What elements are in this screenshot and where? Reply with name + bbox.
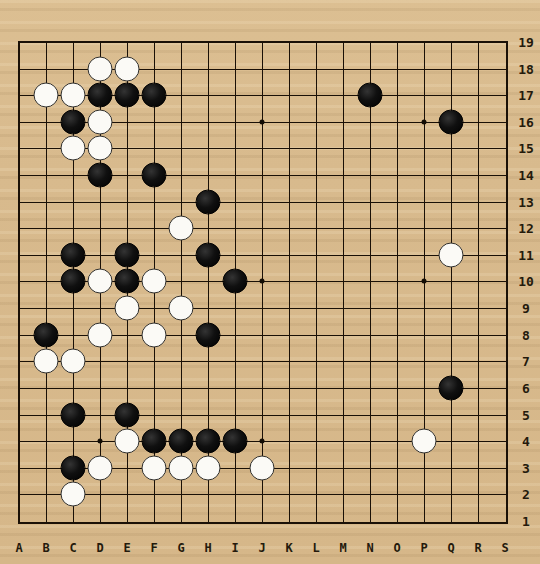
stone-white-P4 (412, 429, 437, 454)
grid-cell (344, 362, 371, 389)
grid-cell (479, 416, 506, 443)
grid-cell (20, 256, 47, 283)
grid-cell (398, 309, 425, 336)
stone-black-C5 (61, 402, 86, 427)
grid-cell (209, 96, 236, 123)
grid-cell (317, 416, 344, 443)
col-label-F: F (150, 541, 157, 555)
grid-cell (344, 176, 371, 203)
grid-cell (263, 70, 290, 97)
grid-cell (371, 416, 398, 443)
grid-cell (344, 282, 371, 309)
grid-cell (452, 203, 479, 230)
grid-cell (398, 389, 425, 416)
grid-cell (344, 336, 371, 363)
grid-cell (371, 469, 398, 496)
grid-cell (263, 256, 290, 283)
grid-cell (128, 362, 155, 389)
grid-cell (452, 149, 479, 176)
grid-cell (236, 43, 263, 70)
grid-cell (398, 43, 425, 70)
grid-cell (452, 70, 479, 97)
stone-white-J3 (250, 455, 275, 480)
grid-cell (290, 256, 317, 283)
grid-cell (344, 123, 371, 150)
grid-cell (263, 362, 290, 389)
grid-cell (371, 309, 398, 336)
grid-cell (344, 469, 371, 496)
grid-cell (317, 469, 344, 496)
grid-cell (344, 43, 371, 70)
star-point-D4 (98, 439, 103, 444)
stone-black-H8 (196, 322, 221, 347)
grid-cell (425, 469, 452, 496)
col-label-H: H (204, 541, 211, 555)
grid-cell (479, 309, 506, 336)
grid-cell (290, 123, 317, 150)
grid-cell (290, 43, 317, 70)
grid-cell (317, 203, 344, 230)
grid-cell (479, 123, 506, 150)
col-label-K: K (285, 541, 292, 555)
grid-cell (236, 229, 263, 256)
grid-cell (479, 70, 506, 97)
grid-cell (371, 442, 398, 469)
grid-cell (317, 256, 344, 283)
go-board-screenshot: ABCDEFGHIJKLMNOPQRS123456789101112131415… (0, 0, 540, 564)
col-label-A: A (15, 541, 22, 555)
grid-cell (317, 176, 344, 203)
grid-cell (290, 149, 317, 176)
grid-cell (371, 362, 398, 389)
stone-black-D14 (88, 163, 113, 188)
grid-cell (317, 442, 344, 469)
grid-cell (236, 70, 263, 97)
grid-cell (101, 495, 128, 522)
grid-cell (371, 256, 398, 283)
stone-black-F4 (142, 429, 167, 454)
grid-cell (344, 256, 371, 283)
col-label-S: S (501, 541, 508, 555)
grid-cell (47, 203, 74, 230)
col-label-B: B (42, 541, 49, 555)
grid-cell (398, 229, 425, 256)
grid-cell (425, 149, 452, 176)
grid-cell (263, 495, 290, 522)
star-point-J10 (260, 279, 265, 284)
row-label-19: 19 (518, 35, 534, 50)
stone-white-F10 (142, 269, 167, 294)
row-label-9: 9 (522, 301, 530, 316)
grid-cell (398, 362, 425, 389)
grid-cell (290, 203, 317, 230)
grid-cell (398, 282, 425, 309)
row-label-1: 1 (522, 513, 530, 528)
stone-black-H13 (196, 189, 221, 214)
grid-cell (20, 495, 47, 522)
grid-cell (20, 442, 47, 469)
stone-black-E10 (115, 269, 140, 294)
grid-cell (317, 282, 344, 309)
stone-black-G4 (169, 429, 194, 454)
grid-cell (317, 96, 344, 123)
stone-white-D18 (88, 56, 113, 81)
grid-cell (263, 282, 290, 309)
grid-cell (398, 176, 425, 203)
col-label-E: E (123, 541, 130, 555)
stone-black-F14 (142, 163, 167, 188)
grid-cell (74, 203, 101, 230)
grid-cell (317, 43, 344, 70)
grid-cell (344, 389, 371, 416)
stone-white-F3 (142, 455, 167, 480)
grid-cell (263, 176, 290, 203)
col-label-P: P (420, 541, 427, 555)
grid-cell (344, 229, 371, 256)
stone-black-H4 (196, 429, 221, 454)
grid-cell (452, 336, 479, 363)
grid-cell (425, 203, 452, 230)
grid-cell (20, 176, 47, 203)
col-label-I: I (231, 541, 238, 555)
stone-black-N17 (358, 83, 383, 108)
grid-cell (209, 70, 236, 97)
grid-cell (398, 469, 425, 496)
stone-white-B17 (34, 83, 59, 108)
grid-cell (479, 43, 506, 70)
col-label-Q: Q (447, 541, 454, 555)
grid-cell (236, 96, 263, 123)
grid-cell (20, 43, 47, 70)
grid-cell (452, 416, 479, 443)
stone-white-D3 (88, 455, 113, 480)
grid-cell (155, 389, 182, 416)
grid-cell (101, 203, 128, 230)
grid-cell (290, 282, 317, 309)
stone-white-Q11 (439, 242, 464, 267)
col-label-O: O (393, 541, 400, 555)
grid-cell (209, 389, 236, 416)
grid-cell (317, 389, 344, 416)
grid-cell (128, 123, 155, 150)
grid-cell (236, 362, 263, 389)
stone-black-C10 (61, 269, 86, 294)
grid-cell (398, 96, 425, 123)
grid-cell (371, 282, 398, 309)
grid-cell (371, 495, 398, 522)
stone-white-E4 (115, 429, 140, 454)
grid-cell (236, 495, 263, 522)
grid-cell (425, 309, 452, 336)
grid-cell (317, 362, 344, 389)
star-point-P16 (422, 119, 427, 124)
grid-cell (479, 256, 506, 283)
stone-black-D17 (88, 83, 113, 108)
row-label-15: 15 (518, 141, 534, 156)
grid-cell (479, 362, 506, 389)
grid-cell (344, 203, 371, 230)
grid-cell (452, 309, 479, 336)
grid-cell (371, 176, 398, 203)
stone-black-C11 (61, 242, 86, 267)
grid-cell (263, 43, 290, 70)
stone-white-B7 (34, 349, 59, 374)
grid-cell (398, 336, 425, 363)
star-point-P10 (422, 279, 427, 284)
grid-cell (182, 389, 209, 416)
grid-cell (479, 469, 506, 496)
row-label-5: 5 (522, 407, 530, 422)
stone-black-E11 (115, 242, 140, 267)
col-label-J: J (258, 541, 265, 555)
grid-cell (236, 336, 263, 363)
stone-white-C17 (61, 83, 86, 108)
grid-cell (317, 336, 344, 363)
grid-cell (182, 495, 209, 522)
grid-cell (317, 229, 344, 256)
grid-cell (20, 416, 47, 443)
grid-cell (263, 149, 290, 176)
row-label-3: 3 (522, 460, 530, 475)
grid-cell (344, 309, 371, 336)
grid-cell (371, 336, 398, 363)
grid-cell (344, 416, 371, 443)
stone-white-H3 (196, 455, 221, 480)
grid-cell (398, 70, 425, 97)
grid-cell (263, 229, 290, 256)
grid-cell (236, 389, 263, 416)
stone-white-G12 (169, 216, 194, 241)
grid-cell (182, 43, 209, 70)
stone-black-E5 (115, 402, 140, 427)
grid-cell (371, 43, 398, 70)
grid-cell (20, 469, 47, 496)
grid-cell (398, 203, 425, 230)
row-label-4: 4 (522, 434, 530, 449)
grid-cell (290, 469, 317, 496)
grid-cell (263, 389, 290, 416)
stone-white-E18 (115, 56, 140, 81)
grid-cell (479, 336, 506, 363)
grid-cell (20, 203, 47, 230)
grid-cell (425, 43, 452, 70)
grid-cell (398, 149, 425, 176)
grid-cell (209, 362, 236, 389)
grid-cell (371, 203, 398, 230)
row-label-7: 7 (522, 354, 530, 369)
grid-cell (20, 123, 47, 150)
grid-cell (344, 149, 371, 176)
col-label-N: N (366, 541, 373, 555)
grid-cell (344, 495, 371, 522)
col-label-G: G (177, 541, 184, 555)
grid-cell (182, 149, 209, 176)
grid-cell (20, 282, 47, 309)
star-point-J4 (260, 439, 265, 444)
grid-cell (479, 96, 506, 123)
col-label-C: C (69, 541, 76, 555)
stone-white-F8 (142, 322, 167, 347)
grid-cell (452, 282, 479, 309)
grid-cell (479, 149, 506, 176)
grid-cell (479, 442, 506, 469)
grid-cell (290, 229, 317, 256)
grid-cell (263, 123, 290, 150)
col-label-L: L (312, 541, 319, 555)
grid-cell (290, 336, 317, 363)
grid-cell (479, 495, 506, 522)
grid-cell (452, 495, 479, 522)
row-label-6: 6 (522, 380, 530, 395)
star-point-J16 (260, 119, 265, 124)
grid-cell (182, 362, 209, 389)
grid-cell (290, 176, 317, 203)
grid-cell (398, 123, 425, 150)
grid-cell (155, 43, 182, 70)
grid-cell (317, 495, 344, 522)
grid-cell (209, 43, 236, 70)
grid-cell (317, 149, 344, 176)
stone-black-F17 (142, 83, 167, 108)
grid-cell (479, 229, 506, 256)
grid-cell (371, 229, 398, 256)
grid-cell (371, 149, 398, 176)
grid-cell (425, 176, 452, 203)
stone-black-H11 (196, 242, 221, 267)
grid-cell (209, 123, 236, 150)
grid-cell (209, 149, 236, 176)
col-label-M: M (339, 541, 346, 555)
grid-cell (479, 282, 506, 309)
grid-cell (263, 416, 290, 443)
grid-cell (398, 495, 425, 522)
stone-white-D16 (88, 109, 113, 134)
stone-white-D8 (88, 322, 113, 347)
grid-cell (236, 149, 263, 176)
row-label-8: 8 (522, 327, 530, 342)
grid-cell (236, 176, 263, 203)
grid-cell (344, 442, 371, 469)
grid-cell (263, 203, 290, 230)
grid-cell (263, 336, 290, 363)
grid-cell (182, 123, 209, 150)
grid-cell (317, 309, 344, 336)
stone-white-C15 (61, 136, 86, 161)
stone-white-G9 (169, 296, 194, 321)
row-label-12: 12 (518, 221, 534, 236)
col-label-R: R (474, 541, 481, 555)
stone-black-Q16 (439, 109, 464, 134)
grid-cell (20, 229, 47, 256)
grid-cell (398, 256, 425, 283)
grid-cell (155, 362, 182, 389)
stone-black-C3 (61, 455, 86, 480)
grid-cell (20, 149, 47, 176)
grid-cell (128, 203, 155, 230)
grid-cell (290, 416, 317, 443)
stone-black-E17 (115, 83, 140, 108)
stone-white-G3 (169, 455, 194, 480)
grid-cell (290, 495, 317, 522)
grid-cell (101, 362, 128, 389)
grid-cell (371, 389, 398, 416)
grid-cell (479, 389, 506, 416)
row-label-14: 14 (518, 168, 534, 183)
grid-cell (452, 442, 479, 469)
stone-white-C7 (61, 349, 86, 374)
col-label-D: D (96, 541, 103, 555)
grid-cell (425, 282, 452, 309)
row-label-13: 13 (518, 194, 534, 209)
row-label-11: 11 (518, 247, 534, 262)
grid-cell (182, 70, 209, 97)
grid-cell (128, 495, 155, 522)
row-label-10: 10 (518, 274, 534, 289)
row-label-16: 16 (518, 114, 534, 129)
stone-black-I4 (223, 429, 248, 454)
grid-cell (47, 176, 74, 203)
stone-white-C2 (61, 482, 86, 507)
grid-cell (290, 70, 317, 97)
grid-cell (317, 123, 344, 150)
grid-cell (290, 96, 317, 123)
row-label-2: 2 (522, 487, 530, 502)
grid-cell (263, 309, 290, 336)
grid-cell (155, 495, 182, 522)
grid-cell (290, 442, 317, 469)
grid-cell (263, 96, 290, 123)
grid-cell (155, 123, 182, 150)
row-label-17: 17 (518, 88, 534, 103)
grid-cell (452, 176, 479, 203)
grid-cell (182, 96, 209, 123)
grid-cell (236, 123, 263, 150)
stone-black-I10 (223, 269, 248, 294)
stone-black-C16 (61, 109, 86, 134)
stone-black-B8 (34, 322, 59, 347)
grid-cell (371, 123, 398, 150)
grid-cell (290, 389, 317, 416)
grid-cell (290, 309, 317, 336)
grid-cell (425, 336, 452, 363)
grid-cell (20, 389, 47, 416)
grid-cell (425, 70, 452, 97)
stone-white-D15 (88, 136, 113, 161)
grid-cell (479, 203, 506, 230)
grid-cell (209, 495, 236, 522)
row-label-18: 18 (518, 61, 534, 76)
grid-cell (425, 495, 452, 522)
stone-white-E9 (115, 296, 140, 321)
grid-cell (479, 176, 506, 203)
grid-cell (236, 203, 263, 230)
grid-cell (236, 309, 263, 336)
stone-black-Q6 (439, 375, 464, 400)
grid-cell (317, 70, 344, 97)
stone-white-D10 (88, 269, 113, 294)
grid-cell (290, 362, 317, 389)
grid-cell (452, 43, 479, 70)
grid-cell (47, 43, 74, 70)
grid-cell (452, 469, 479, 496)
